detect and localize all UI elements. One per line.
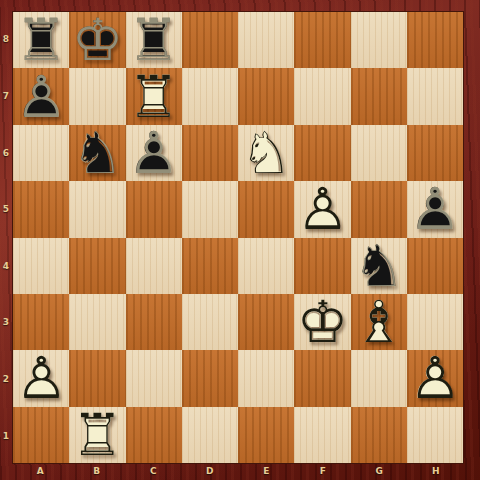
white-king-outline-icon: ♔ [294, 294, 350, 350]
square-d5[interactable] [182, 181, 238, 237]
black-pawn-outline-icon: ♙ [13, 68, 69, 124]
square-e8[interactable] [238, 12, 294, 68]
square-h2[interactable]: ♟♙ [407, 350, 463, 406]
rank-label-4: 4 [0, 238, 12, 295]
square-d6[interactable] [182, 125, 238, 181]
rank-label-5: 5 [0, 181, 12, 238]
rank-label-1: 1 [0, 407, 12, 464]
piece-black-rook[interactable]: ♜♖ [126, 12, 182, 68]
chess-board[interactable]: ♜♖♚♔♜♖♟♙♜♖♞♘♟♙♞♘♟♙♟♙♞♘♚♔♝♗♟♙♟♙♜♖ [12, 11, 464, 464]
square-d3[interactable] [182, 294, 238, 350]
rank-label-3: 3 [0, 294, 12, 351]
file-label-c: C [125, 464, 182, 480]
square-h8[interactable] [407, 12, 463, 68]
square-d2[interactable] [182, 350, 238, 406]
rank-labels: 8 7 6 5 4 3 2 1 [0, 11, 12, 464]
square-d4[interactable] [182, 238, 238, 294]
square-f6[interactable] [294, 125, 350, 181]
square-h4[interactable] [407, 238, 463, 294]
file-label-b: B [69, 464, 126, 480]
piece-white-rook[interactable]: ♜♖ [69, 407, 125, 463]
square-c4[interactable] [126, 238, 182, 294]
square-c8[interactable]: ♜♖ [126, 12, 182, 68]
piece-black-rook[interactable]: ♜♖ [13, 12, 69, 68]
file-label-g: G [351, 464, 408, 480]
square-f5[interactable]: ♟♙ [294, 181, 350, 237]
piece-white-pawn[interactable]: ♟♙ [294, 181, 350, 237]
square-e2[interactable] [238, 350, 294, 406]
white-pawn-outline-icon: ♙ [13, 350, 69, 406]
black-king-outline-icon: ♔ [69, 12, 125, 68]
white-rook-outline-icon: ♖ [126, 68, 182, 124]
square-f3[interactable]: ♚♔ [294, 294, 350, 350]
file-label-d: D [182, 464, 239, 480]
square-c1[interactable] [126, 407, 182, 463]
white-pawn-outline-icon: ♙ [407, 350, 463, 406]
square-h1[interactable] [407, 407, 463, 463]
square-b2[interactable] [69, 350, 125, 406]
piece-black-king[interactable]: ♚♔ [69, 12, 125, 68]
square-a4[interactable] [13, 238, 69, 294]
square-g3[interactable]: ♝♗ [351, 294, 407, 350]
square-g1[interactable] [351, 407, 407, 463]
square-e6[interactable]: ♞♘ [238, 125, 294, 181]
square-g4[interactable]: ♞♘ [351, 238, 407, 294]
square-d7[interactable] [182, 68, 238, 124]
black-rook-outline-icon: ♖ [126, 12, 182, 68]
square-c7[interactable]: ♜♖ [126, 68, 182, 124]
chess-board-frame: 8 7 6 5 4 3 2 1 ♜♖♚♔♜♖♟♙♜♖♞♘♟♙♞♘♟♙♟♙♞♘♚♔… [0, 0, 480, 480]
piece-white-pawn[interactable]: ♟♙ [13, 350, 69, 406]
square-b8[interactable]: ♚♔ [69, 12, 125, 68]
piece-white-king[interactable]: ♚♔ [294, 294, 350, 350]
file-label-e: E [238, 464, 295, 480]
black-pawn-outline-icon: ♙ [126, 125, 182, 181]
square-e7[interactable] [238, 68, 294, 124]
square-a8[interactable]: ♜♖ [13, 12, 69, 68]
square-f4[interactable] [294, 238, 350, 294]
square-e4[interactable] [238, 238, 294, 294]
rank-label-2: 2 [0, 351, 12, 408]
piece-black-pawn[interactable]: ♟♙ [13, 68, 69, 124]
square-b4[interactable] [69, 238, 125, 294]
square-a5[interactable] [13, 181, 69, 237]
black-pawn-outline-icon: ♙ [407, 181, 463, 237]
square-c6[interactable]: ♟♙ [126, 125, 182, 181]
rank-label-7: 7 [0, 68, 12, 125]
square-f8[interactable] [294, 12, 350, 68]
file-label-h: H [408, 464, 465, 480]
square-d8[interactable] [182, 12, 238, 68]
square-a1[interactable] [13, 407, 69, 463]
square-b6[interactable]: ♞♘ [69, 125, 125, 181]
square-g2[interactable] [351, 350, 407, 406]
piece-black-knight[interactable]: ♞♘ [69, 125, 125, 181]
piece-white-pawn[interactable]: ♟♙ [407, 350, 463, 406]
file-label-a: A [12, 464, 69, 480]
square-g7[interactable] [351, 68, 407, 124]
black-knight-outline-icon: ♘ [69, 125, 125, 181]
square-f7[interactable] [294, 68, 350, 124]
square-g6[interactable] [351, 125, 407, 181]
piece-white-knight[interactable]: ♞♘ [238, 125, 294, 181]
square-c5[interactable] [126, 181, 182, 237]
square-b1[interactable]: ♜♖ [69, 407, 125, 463]
square-g8[interactable] [351, 12, 407, 68]
white-pawn-outline-icon: ♙ [294, 181, 350, 237]
file-labels: A B C D E F G H [12, 464, 464, 480]
square-f1[interactable] [294, 407, 350, 463]
square-e5[interactable] [238, 181, 294, 237]
square-h5[interactable]: ♟♙ [407, 181, 463, 237]
square-a7[interactable]: ♟♙ [13, 68, 69, 124]
square-e3[interactable] [238, 294, 294, 350]
square-h7[interactable] [407, 68, 463, 124]
square-b3[interactable] [69, 294, 125, 350]
black-knight-outline-icon: ♘ [351, 238, 407, 294]
square-c2[interactable] [126, 350, 182, 406]
white-knight-outline-icon: ♘ [238, 125, 294, 181]
square-b7[interactable] [69, 68, 125, 124]
square-b5[interactable] [69, 181, 125, 237]
square-h3[interactable] [407, 294, 463, 350]
piece-white-bishop[interactable]: ♝♗ [351, 294, 407, 350]
rank-label-6: 6 [0, 124, 12, 181]
piece-black-knight[interactable]: ♞♘ [351, 238, 407, 294]
square-a2[interactable]: ♟♙ [13, 350, 69, 406]
piece-black-pawn[interactable]: ♟♙ [126, 125, 182, 181]
white-bishop-outline-icon: ♗ [351, 294, 407, 350]
square-e1[interactable] [238, 407, 294, 463]
square-h6[interactable] [407, 125, 463, 181]
piece-black-pawn[interactable]: ♟♙ [407, 181, 463, 237]
black-rook-outline-icon: ♖ [13, 12, 69, 68]
white-rook-outline-icon: ♖ [69, 407, 125, 463]
square-g5[interactable] [351, 181, 407, 237]
square-f2[interactable] [294, 350, 350, 406]
rank-label-8: 8 [0, 11, 12, 68]
square-c3[interactable] [126, 294, 182, 350]
square-a6[interactable] [13, 125, 69, 181]
piece-white-rook[interactable]: ♜♖ [126, 68, 182, 124]
square-a3[interactable] [13, 294, 69, 350]
file-label-f: F [295, 464, 352, 480]
square-d1[interactable] [182, 407, 238, 463]
